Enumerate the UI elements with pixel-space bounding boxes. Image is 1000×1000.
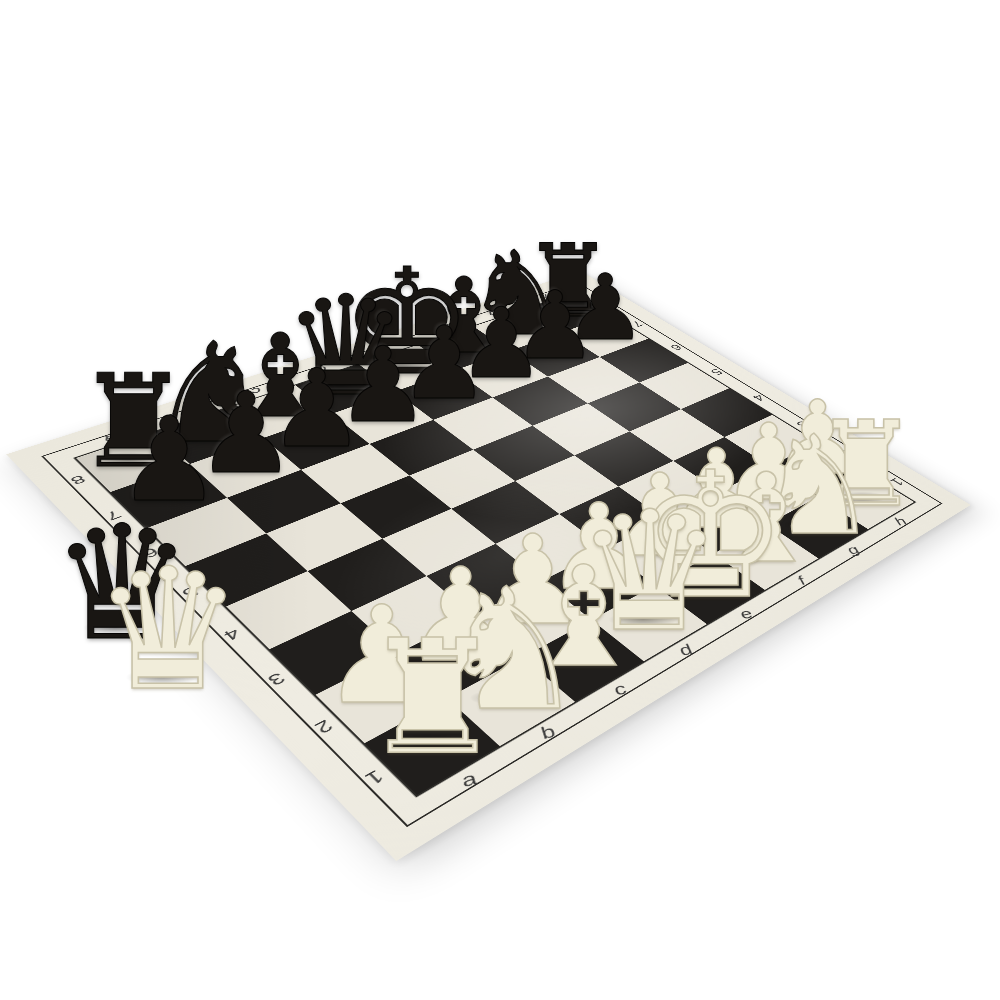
scene: aabbccddeeffgghh1122334455667788 ♜♞♝♛♚♝♞… [0,0,1000,1000]
spare-queen-white[interactable]: ♛ [93,546,244,714]
piece-white-rook-a1[interactable]: ♜ [362,619,503,777]
